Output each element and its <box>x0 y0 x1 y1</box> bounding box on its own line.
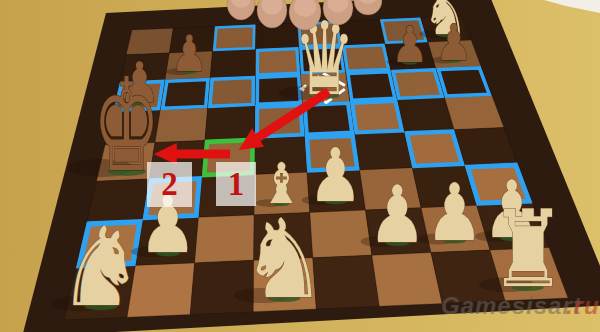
square-c7[interactable] <box>210 49 255 78</box>
square-b5[interactable] <box>155 108 208 143</box>
svg-text:♞: ♞ <box>241 196 327 322</box>
piece-white-knight-d1[interactable]: ♞ <box>234 196 327 322</box>
square-c5[interactable] <box>205 106 255 141</box>
watermark-tld-text: .ru <box>566 292 600 319</box>
svg-text:♟: ♟ <box>391 16 428 74</box>
svg-text:♟: ♟ <box>436 14 473 72</box>
svg-text:♜: ♜ <box>490 188 566 312</box>
svg-text:♞: ♞ <box>58 205 144 331</box>
board-3d-scene: Gamesisart .ru ♞♟♟♟♛♟♚♝♟♟♟♟♟♞♞♜ <box>0 0 600 332</box>
piece-white-rook-h1[interactable]: ♜ <box>479 188 566 312</box>
square-f4[interactable] <box>355 132 413 170</box>
svg-text:♟: ♟ <box>368 169 426 261</box>
piece-black-pawn-h7[interactable]: ♟ <box>431 14 473 72</box>
svg-text:♟: ♟ <box>171 25 208 83</box>
svg-text:♟: ♟ <box>425 166 483 258</box>
piece-white-pawn-f2[interactable]: ♟ <box>361 169 427 261</box>
piece-black-pawn-g7[interactable]: ♟ <box>387 16 428 74</box>
piece-black-pawn-b7[interactable]: ♟ <box>166 25 207 83</box>
piece-white-knight-a1[interactable]: ♞ <box>51 205 144 331</box>
piece-white-pawn-g2[interactable]: ♟ <box>418 166 484 258</box>
svg-text:♟: ♟ <box>139 179 197 271</box>
square-g5[interactable] <box>397 98 454 132</box>
chess-game-screenshot: Gamesisart .ru ♞♟♟♟♛♟♚♝♟♟♟♟♟♞♞♜ 1 2 <box>0 0 600 332</box>
